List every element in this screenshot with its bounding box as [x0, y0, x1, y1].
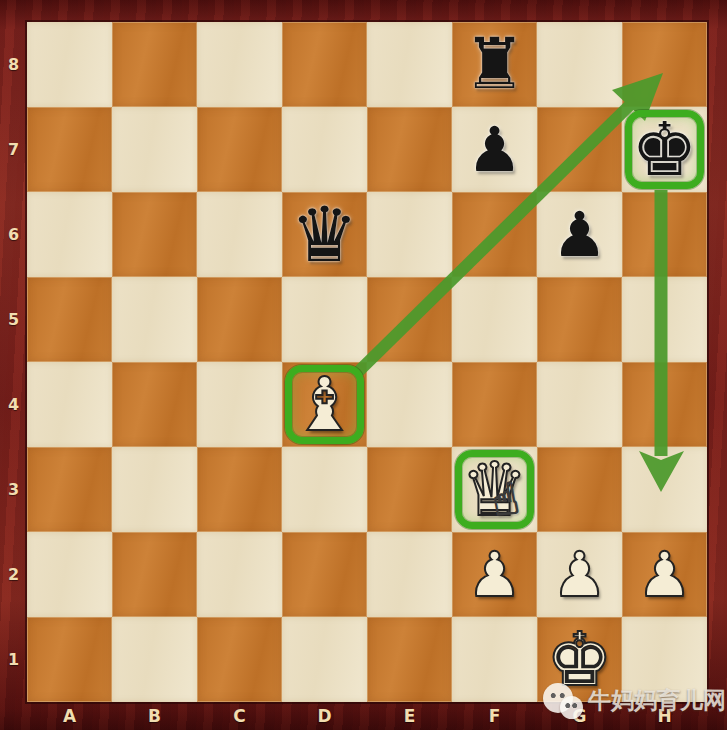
file-label-g: G: [537, 702, 622, 730]
square-e3[interactable]: [367, 447, 452, 532]
file-label-h: H: [622, 702, 707, 730]
square-b5[interactable]: [112, 277, 197, 362]
square-e1[interactable]: [367, 617, 452, 702]
square-c6[interactable]: [197, 192, 282, 277]
square-h1[interactable]: [622, 617, 707, 702]
piece-black-king-h7[interactable]: ♚: [622, 107, 707, 192]
square-g5[interactable]: [537, 277, 622, 362]
square-e8[interactable]: [367, 22, 452, 107]
square-c5[interactable]: [197, 277, 282, 362]
square-c7[interactable]: [197, 107, 282, 192]
square-h3[interactable]: [622, 447, 707, 532]
square-b7[interactable]: [112, 107, 197, 192]
square-b2[interactable]: [112, 532, 197, 617]
square-a1[interactable]: [27, 617, 112, 702]
file-label-b: B: [112, 702, 197, 730]
file-label-f: F: [452, 702, 537, 730]
square-f6[interactable]: [452, 192, 537, 277]
square-b8[interactable]: [112, 22, 197, 107]
file-label-c: C: [197, 702, 282, 730]
square-b4[interactable]: [112, 362, 197, 447]
piece-black-queen-d6[interactable]: ♛: [282, 192, 367, 277]
square-g7[interactable]: [537, 107, 622, 192]
square-a4[interactable]: [27, 362, 112, 447]
rank-label-7: 7: [0, 107, 27, 192]
square-h8[interactable]: [622, 22, 707, 107]
square-e7[interactable]: [367, 107, 452, 192]
rank-label-4: 4: [0, 362, 27, 447]
rank-label-5: 5: [0, 277, 27, 362]
square-b6[interactable]: [112, 192, 197, 277]
piece-black-pawn-g6[interactable]: ♟: [537, 192, 622, 277]
square-d5[interactable]: [282, 277, 367, 362]
piece-white-pawn-f2[interactable]: ♟: [452, 532, 537, 617]
rank-label-8: 8: [0, 22, 27, 107]
rank-label-6: 6: [0, 192, 27, 277]
square-g8[interactable]: [537, 22, 622, 107]
square-c8[interactable]: [197, 22, 282, 107]
square-c2[interactable]: [197, 532, 282, 617]
square-d2[interactable]: [282, 532, 367, 617]
square-h5[interactable]: [622, 277, 707, 362]
square-f1[interactable]: [452, 617, 537, 702]
square-d3[interactable]: [282, 447, 367, 532]
chess-diagram: 87654321 ABCDEFGH ♜♟♚♛♟♝♛♟♟♟♚ ☝ 牛妈妈育儿网: [0, 0, 727, 730]
square-d1[interactable]: [282, 617, 367, 702]
square-c1[interactable]: [197, 617, 282, 702]
square-a7[interactable]: [27, 107, 112, 192]
square-a5[interactable]: [27, 277, 112, 362]
square-g4[interactable]: [537, 362, 622, 447]
piece-white-bishop-d4[interactable]: ♝: [282, 362, 367, 447]
square-e5[interactable]: [367, 277, 452, 362]
square-b3[interactable]: [112, 447, 197, 532]
square-c4[interactable]: [197, 362, 282, 447]
square-c3[interactable]: [197, 447, 282, 532]
square-f5[interactable]: [452, 277, 537, 362]
square-e4[interactable]: [367, 362, 452, 447]
square-g3[interactable]: [537, 447, 622, 532]
square-a2[interactable]: [27, 532, 112, 617]
piece-white-pawn-h2[interactable]: ♟: [622, 532, 707, 617]
file-label-a: A: [27, 702, 112, 730]
square-h4[interactable]: [622, 362, 707, 447]
square-a8[interactable]: [27, 22, 112, 107]
square-b1[interactable]: [112, 617, 197, 702]
square-a3[interactable]: [27, 447, 112, 532]
file-label-d: D: [282, 702, 367, 730]
square-d7[interactable]: [282, 107, 367, 192]
piece-black-rook-f8[interactable]: ♜: [452, 22, 537, 107]
rank-label-3: 3: [0, 447, 27, 532]
piece-white-king-g1[interactable]: ♚: [537, 617, 622, 702]
piece-white-pawn-g2[interactable]: ♟: [537, 532, 622, 617]
square-h6[interactable]: [622, 192, 707, 277]
square-e2[interactable]: [367, 532, 452, 617]
rank-label-1: 1: [0, 617, 27, 702]
rank-label-2: 2: [0, 532, 27, 617]
square-d8[interactable]: [282, 22, 367, 107]
square-a6[interactable]: [27, 192, 112, 277]
square-f4[interactable]: [452, 362, 537, 447]
piece-black-pawn-f7[interactable]: ♟: [452, 107, 537, 192]
square-e6[interactable]: [367, 192, 452, 277]
file-label-e: E: [367, 702, 452, 730]
